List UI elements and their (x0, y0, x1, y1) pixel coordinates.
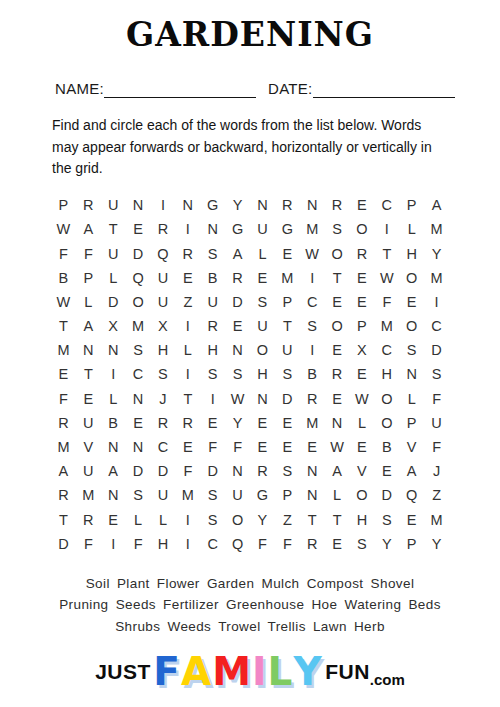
grid-cell: J (424, 459, 449, 483)
grid-cell: U (76, 411, 101, 435)
grid-cell: C (424, 314, 449, 338)
grid-cell: A (325, 459, 350, 483)
grid-cell: D (101, 290, 126, 314)
grid-cell: D (126, 459, 151, 483)
grid-cell: E (225, 314, 250, 338)
grid-cell: M (300, 411, 325, 435)
grid-cell: Z (175, 290, 200, 314)
grid-cell: G (225, 217, 250, 241)
grid-cell: F (51, 241, 76, 265)
logo-domain-suffix: .com (370, 671, 405, 691)
grid-cell: E (399, 508, 424, 532)
worksheet-page: GARDENING NAME: DATE: Find and circle ea… (0, 0, 500, 707)
grid-cell: E (126, 411, 151, 435)
grid-cell: B (300, 362, 325, 386)
grid-cell: A (101, 459, 126, 483)
grid-cell: E (350, 266, 375, 290)
grid-cell: S (350, 532, 375, 556)
grid-cell: M (424, 266, 449, 290)
grid-cell: L (399, 387, 424, 411)
grid-cell: N (101, 338, 126, 362)
grid-cell: E (399, 290, 424, 314)
grid-cell: Z (275, 508, 300, 532)
date-label: DATE: (268, 80, 313, 98)
grid-cell: E (350, 290, 375, 314)
grid-cell: R (151, 411, 176, 435)
grid-cell: E (275, 241, 300, 265)
logo-family-text: FAMILY (153, 652, 322, 691)
grid-cell: Y (225, 193, 250, 217)
grid-cell: X (151, 314, 176, 338)
grid-cell: E (126, 217, 151, 241)
grid-cell: I (424, 290, 449, 314)
grid-cell: F (225, 435, 250, 459)
grid-cell: L (350, 411, 375, 435)
grid-cell: N (250, 387, 275, 411)
grid-cell: S (424, 362, 449, 386)
grid-cell: P (275, 483, 300, 507)
grid-cell: R (76, 508, 101, 532)
grid-cell: E (200, 411, 225, 435)
grid-cell: C (374, 338, 399, 362)
grid-cell: H (374, 362, 399, 386)
grid-cell: N (300, 483, 325, 507)
grid-cell: F (275, 532, 300, 556)
grid-cell: N (225, 338, 250, 362)
grid-cell: T (76, 362, 101, 386)
grid-cell: R (200, 314, 225, 338)
grid-cell: U (424, 411, 449, 435)
grid-cell: B (51, 266, 76, 290)
grid-cell: A (76, 314, 101, 338)
grid-cell: I (200, 387, 225, 411)
grid-cell: U (275, 338, 300, 362)
grid-cell: W (300, 241, 325, 265)
grid-cell: A (76, 217, 101, 241)
grid-cell: U (200, 290, 225, 314)
grid-cell: E (325, 290, 350, 314)
grid-cell: U (225, 483, 250, 507)
grid-cell: E (374, 459, 399, 483)
grid-cell: D (424, 338, 449, 362)
grid-cell: Y (250, 508, 275, 532)
grid-cell: S (399, 338, 424, 362)
grid-cell: E (250, 411, 275, 435)
grid-cell: E (325, 532, 350, 556)
grid-cell: H (151, 532, 176, 556)
grid-cell: L (126, 508, 151, 532)
grid-cell: Y (374, 532, 399, 556)
grid-cell: T (101, 217, 126, 241)
logo-family-letter: L (268, 652, 293, 691)
grid-cell: A (399, 459, 424, 483)
grid-cell: S (374, 508, 399, 532)
grid-cell: O (250, 338, 275, 362)
grid-cell: C (200, 532, 225, 556)
grid-cell: M (51, 338, 76, 362)
grid-cell: S (325, 217, 350, 241)
grid-cell: T (275, 314, 300, 338)
grid-cell: V (350, 459, 375, 483)
grid-cell: U (101, 241, 126, 265)
grid-cell: N (101, 435, 126, 459)
grid-cell: F (126, 532, 151, 556)
grid-cell: F (424, 435, 449, 459)
grid-cell: T (300, 508, 325, 532)
grid-cell: F (175, 459, 200, 483)
grid-cell: O (325, 314, 350, 338)
grid-cell: O (126, 290, 151, 314)
grid-cell: D (374, 483, 399, 507)
grid-cell: O (374, 387, 399, 411)
name-date-row: NAME: DATE: (55, 80, 455, 98)
grid-cell: T (175, 387, 200, 411)
grid-cell: I (175, 508, 200, 532)
grid-cell: D (225, 290, 250, 314)
grid-cell: S (275, 459, 300, 483)
grid-cell: M (51, 435, 76, 459)
grid-cell: B (374, 435, 399, 459)
grid-cell: S (225, 362, 250, 386)
grid-cell: E (350, 362, 375, 386)
grid-cell: W (225, 387, 250, 411)
word-list: Soil Plant Flower Garden Mulch Compost S… (0, 573, 500, 638)
grid-cell: E (350, 435, 375, 459)
grid-cell: E (325, 387, 350, 411)
grid-cell: E (350, 193, 375, 217)
grid-cell: O (350, 483, 375, 507)
grid-cell: I (101, 532, 126, 556)
grid-cell: S (126, 338, 151, 362)
grid-cell: N (399, 362, 424, 386)
grid-cell: L (101, 266, 126, 290)
word-list-line: Soil Plant Flower Garden Mulch Compost S… (0, 573, 500, 595)
grid-cell: S (200, 362, 225, 386)
grid-cell: V (76, 435, 101, 459)
name-write-line (104, 84, 256, 98)
grid-cell: F (76, 532, 101, 556)
grid-cell: B (101, 411, 126, 435)
grid-cell: S (250, 290, 275, 314)
grid-cell: I (300, 338, 325, 362)
logo-family-letter: F (153, 652, 180, 691)
logo-family-letter: M (212, 652, 251, 691)
grid-cell: E (250, 435, 275, 459)
grid-cell: T (374, 241, 399, 265)
grid-cell: R (350, 241, 375, 265)
grid-cell: W (374, 266, 399, 290)
name-label: NAME: (55, 80, 104, 98)
grid-cell: E (275, 435, 300, 459)
grid-cell: A (51, 459, 76, 483)
instructions-text: Find and circle each of the words from t… (52, 115, 450, 180)
grid-cell: D (200, 459, 225, 483)
grid-cell: N (175, 193, 200, 217)
grid-cell: A (424, 193, 449, 217)
grid-cell: I (175, 362, 200, 386)
grid-cell: O (225, 508, 250, 532)
grid-cell: P (399, 411, 424, 435)
grid-cell: S (200, 508, 225, 532)
grid-cell: I (101, 362, 126, 386)
grid-cell: N (300, 193, 325, 217)
grid-cell: D (126, 241, 151, 265)
grid-cell: Y (225, 411, 250, 435)
grid-cell: L (101, 387, 126, 411)
grid-cell: E (275, 411, 300, 435)
grid-cell: S (126, 483, 151, 507)
grid-cell: M (175, 483, 200, 507)
grid-cell: C (374, 193, 399, 217)
grid-cell: U (151, 483, 176, 507)
grid-cell: U (151, 290, 176, 314)
brand-logo: JUST FAMILY FUN .com (0, 652, 500, 691)
grid-cell: P (76, 266, 101, 290)
grid-cell: C (151, 435, 176, 459)
word-list-line: Pruning Seeds Fertilizer Greenhouse Hoe … (0, 594, 500, 616)
logo-family-letter: I (252, 652, 267, 691)
grid-cell: R (175, 411, 200, 435)
grid-cell: I (151, 193, 176, 217)
word-list-line: Shrubs Weeds Trowel Trellis Lawn Herb (0, 616, 500, 638)
grid-cell: T (51, 508, 76, 532)
grid-cell: U (101, 193, 126, 217)
grid-cell: Q (126, 266, 151, 290)
grid-cell: N (126, 387, 151, 411)
grid-cell: O (399, 314, 424, 338)
grid-cell: N (76, 338, 101, 362)
logo-fun-text: FUN (325, 660, 370, 684)
grid-cell: S (300, 314, 325, 338)
grid-cell: D (275, 387, 300, 411)
grid-cell: H (200, 338, 225, 362)
grid-cell: S (275, 362, 300, 386)
grid-cell: E (175, 435, 200, 459)
grid-cell: O (399, 266, 424, 290)
date-write-line (313, 84, 455, 98)
grid-cell: U (76, 459, 101, 483)
grid-cell: M (424, 217, 449, 241)
grid-cell: G (200, 193, 225, 217)
grid-cell: I (374, 217, 399, 241)
grid-cell: D (151, 459, 176, 483)
grid-cell: L (399, 217, 424, 241)
grid-cell: I (175, 217, 200, 241)
grid-cell: R (325, 193, 350, 217)
grid-cell: M (374, 314, 399, 338)
grid-cell: N (200, 217, 225, 241)
grid-cell: R (51, 483, 76, 507)
grid-cell: P (275, 290, 300, 314)
grid-cell: M (126, 314, 151, 338)
grid-cell: I (300, 266, 325, 290)
grid-cell: Y (424, 241, 449, 265)
page-title: GARDENING (0, 15, 500, 54)
grid-cell: E (175, 266, 200, 290)
grid-cell: P (51, 193, 76, 217)
grid-cell: X (350, 338, 375, 362)
grid-cell: R (225, 266, 250, 290)
grid-cell: J (151, 387, 176, 411)
grid-cell: U (250, 314, 275, 338)
grid-cell: Q (399, 483, 424, 507)
grid-cell: H (350, 508, 375, 532)
grid-cell: G (250, 483, 275, 507)
grid-cell: I (175, 532, 200, 556)
grid-cell: E (325, 338, 350, 362)
grid-cell: Q (225, 532, 250, 556)
grid-cell: X (101, 314, 126, 338)
grid-cell: D (51, 532, 76, 556)
grid-cell: O (325, 241, 350, 265)
grid-cell: H (151, 338, 176, 362)
grid-cell: P (399, 193, 424, 217)
grid-cell: T (51, 314, 76, 338)
grid-cell: Y (424, 532, 449, 556)
logo-family-letter: Y (293, 652, 321, 691)
grid-cell: F (424, 387, 449, 411)
grid-cell: R (275, 193, 300, 217)
grid-cell: L (325, 483, 350, 507)
logo-just-text: JUST (95, 660, 151, 684)
grid-cell: W (325, 435, 350, 459)
grid-cell: U (151, 266, 176, 290)
grid-cell: L (175, 338, 200, 362)
grid-cell: F (374, 290, 399, 314)
grid-cell: W (51, 290, 76, 314)
grid-cell: W (350, 387, 375, 411)
grid-cell: Z (424, 483, 449, 507)
grid-cell: E (76, 387, 101, 411)
grid-cell: N (101, 483, 126, 507)
grid-cell: R (51, 411, 76, 435)
grid-cell: E (250, 266, 275, 290)
grid-cell: R (300, 532, 325, 556)
grid-cell: N (300, 459, 325, 483)
grid-cell: F (76, 241, 101, 265)
grid-cell: O (350, 217, 375, 241)
grid-cell: T (325, 266, 350, 290)
grid-cell: M (76, 483, 101, 507)
grid-cell: W (51, 217, 76, 241)
grid-cell: E (300, 435, 325, 459)
grid-cell: H (399, 241, 424, 265)
grid-cell: T (325, 508, 350, 532)
grid-cell: M (300, 217, 325, 241)
grid-cell: N (225, 459, 250, 483)
grid-cell: R (151, 217, 176, 241)
grid-cell: R (76, 193, 101, 217)
grid-cell: F (51, 387, 76, 411)
grid-cell: S (200, 483, 225, 507)
grid-cell: Q (151, 241, 176, 265)
grid-cell: E (101, 508, 126, 532)
grid-cell: O (374, 411, 399, 435)
grid-cell: F (250, 532, 275, 556)
grid-cell: P (399, 532, 424, 556)
grid-cell: H (250, 362, 275, 386)
grid-cell: N (250, 193, 275, 217)
grid-cell: R (300, 387, 325, 411)
grid-cell: P (350, 314, 375, 338)
grid-cell: B (200, 266, 225, 290)
grid-cell: L (250, 241, 275, 265)
grid-cell: N (126, 193, 151, 217)
grid-cell: U (250, 217, 275, 241)
grid-cell: R (250, 459, 275, 483)
grid-cell: N (126, 435, 151, 459)
grid-cell: V (399, 435, 424, 459)
word-grid: PRUNINGYNRNRECPAWATERINGUGMSOILMFFUDQRSA… (51, 193, 449, 556)
grid-cell: E (51, 362, 76, 386)
grid-cell: A (225, 241, 250, 265)
grid-cell: C (300, 290, 325, 314)
grid-cell: F (200, 435, 225, 459)
grid-cell: I (175, 314, 200, 338)
grid-cell: S (151, 362, 176, 386)
grid-cell: N (325, 411, 350, 435)
grid-cell: M (424, 508, 449, 532)
logo-family-letter: A (181, 652, 211, 691)
grid-cell: L (76, 290, 101, 314)
grid-cell: R (325, 362, 350, 386)
grid-cell: R (175, 241, 200, 265)
grid-cell: S (200, 241, 225, 265)
grid-cell: G (275, 217, 300, 241)
grid-cell: M (275, 266, 300, 290)
grid-cell: C (126, 362, 151, 386)
grid-cell: L (151, 508, 176, 532)
